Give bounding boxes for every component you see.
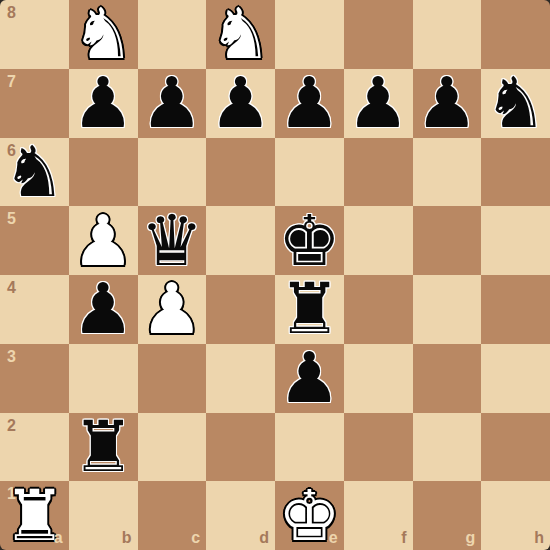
square-g4[interactable] [413,275,482,344]
square-a1[interactable]: 1a♜ [0,481,69,550]
piece-black-queen-c5[interactable]: ♛ [140,207,203,275]
square-d1[interactable]: d [206,481,275,550]
square-e8[interactable] [275,0,344,69]
square-b2[interactable]: ♜ [69,413,138,482]
piece-black-pawn-g7[interactable]: ♟ [415,69,478,137]
square-b1[interactable]: b [69,481,138,550]
square-a6[interactable]: 6♞ [0,138,69,207]
piece-black-pawn-e3[interactable]: ♟ [278,344,341,412]
square-f4[interactable] [344,275,413,344]
rank-label-8: 8 [7,5,16,21]
piece-white-knight-b8[interactable]: ♞ [72,0,135,68]
square-a8[interactable]: 8 [0,0,69,69]
rank-label-2: 2 [7,418,16,434]
square-b6[interactable] [69,138,138,207]
square-h5[interactable] [481,206,550,275]
square-e2[interactable] [275,413,344,482]
square-d3[interactable] [206,344,275,413]
square-b5[interactable]: ♟ [69,206,138,275]
square-f3[interactable] [344,344,413,413]
square-e6[interactable] [275,138,344,207]
piece-white-pawn-b5[interactable]: ♟ [72,207,135,275]
piece-black-pawn-b4[interactable]: ♟ [72,275,135,343]
square-d5[interactable] [206,206,275,275]
piece-white-knight-d8[interactable]: ♞ [209,0,272,68]
file-label-b: b [122,530,132,546]
piece-white-pawn-c4[interactable]: ♟ [140,275,203,343]
rank-label-7: 7 [7,74,16,90]
square-h8[interactable] [481,0,550,69]
square-d7[interactable]: ♟ [206,69,275,138]
square-e3[interactable]: ♟ [275,344,344,413]
square-e4[interactable]: ♜ [275,275,344,344]
square-b7[interactable]: ♟ [69,69,138,138]
square-g1[interactable]: g [413,481,482,550]
piece-black-knight-a6[interactable]: ♞ [3,138,66,206]
square-h4[interactable] [481,275,550,344]
piece-black-rook-e4[interactable]: ♜ [278,275,341,343]
chess-board: 8♞♞7♟♟♟♟♟♟♞6♞5♟♛♚4♟♟♜3♟2♜1a♜bcde♚fgh [0,0,550,550]
square-h6[interactable] [481,138,550,207]
square-c5[interactable]: ♛ [138,206,207,275]
square-b4[interactable]: ♟ [69,275,138,344]
square-h3[interactable] [481,344,550,413]
rank-label-4: 4 [7,280,16,296]
square-f2[interactable] [344,413,413,482]
square-f8[interactable] [344,0,413,69]
square-d2[interactable] [206,413,275,482]
square-c1[interactable]: c [138,481,207,550]
square-g8[interactable] [413,0,482,69]
square-c8[interactable] [138,0,207,69]
square-a2[interactable]: 2 [0,413,69,482]
square-f5[interactable] [344,206,413,275]
square-e7[interactable]: ♟ [275,69,344,138]
square-d8[interactable]: ♞ [206,0,275,69]
piece-black-pawn-e7[interactable]: ♟ [278,69,341,137]
square-g5[interactable] [413,206,482,275]
square-b3[interactable] [69,344,138,413]
piece-black-king-e5[interactable]: ♚ [278,207,341,275]
square-f6[interactable] [344,138,413,207]
square-h2[interactable] [481,413,550,482]
square-a4[interactable]: 4 [0,275,69,344]
piece-black-pawn-c7[interactable]: ♟ [140,69,203,137]
square-c7[interactable]: ♟ [138,69,207,138]
square-c6[interactable] [138,138,207,207]
square-g3[interactable] [413,344,482,413]
square-h7[interactable]: ♞ [481,69,550,138]
file-label-c: c [191,530,200,546]
piece-black-pawn-b7[interactable]: ♟ [72,69,135,137]
square-a5[interactable]: 5 [0,206,69,275]
piece-white-rook-a1[interactable]: ♜ [3,482,66,550]
square-h1[interactable]: h [481,481,550,550]
file-label-g: g [465,530,475,546]
file-label-d: d [259,530,269,546]
square-d4[interactable] [206,275,275,344]
file-label-f: f [401,530,406,546]
square-f7[interactable]: ♟ [344,69,413,138]
square-g2[interactable] [413,413,482,482]
square-d6[interactable] [206,138,275,207]
square-c2[interactable] [138,413,207,482]
piece-black-pawn-f7[interactable]: ♟ [347,69,410,137]
square-c4[interactable]: ♟ [138,275,207,344]
rank-label-3: 3 [7,349,16,365]
square-c3[interactable] [138,344,207,413]
square-b8[interactable]: ♞ [69,0,138,69]
square-a7[interactable]: 7 [0,69,69,138]
piece-black-knight-h7[interactable]: ♞ [484,69,547,137]
square-e5[interactable]: ♚ [275,206,344,275]
square-e1[interactable]: e♚ [275,481,344,550]
piece-black-rook-b2[interactable]: ♜ [72,413,135,481]
file-label-h: h [534,530,544,546]
piece-white-king-e1[interactable]: ♚ [278,482,341,550]
square-g7[interactable]: ♟ [413,69,482,138]
square-f1[interactable]: f [344,481,413,550]
square-a3[interactable]: 3 [0,344,69,413]
piece-black-pawn-d7[interactable]: ♟ [209,69,272,137]
rank-label-5: 5 [7,211,16,227]
square-g6[interactable] [413,138,482,207]
